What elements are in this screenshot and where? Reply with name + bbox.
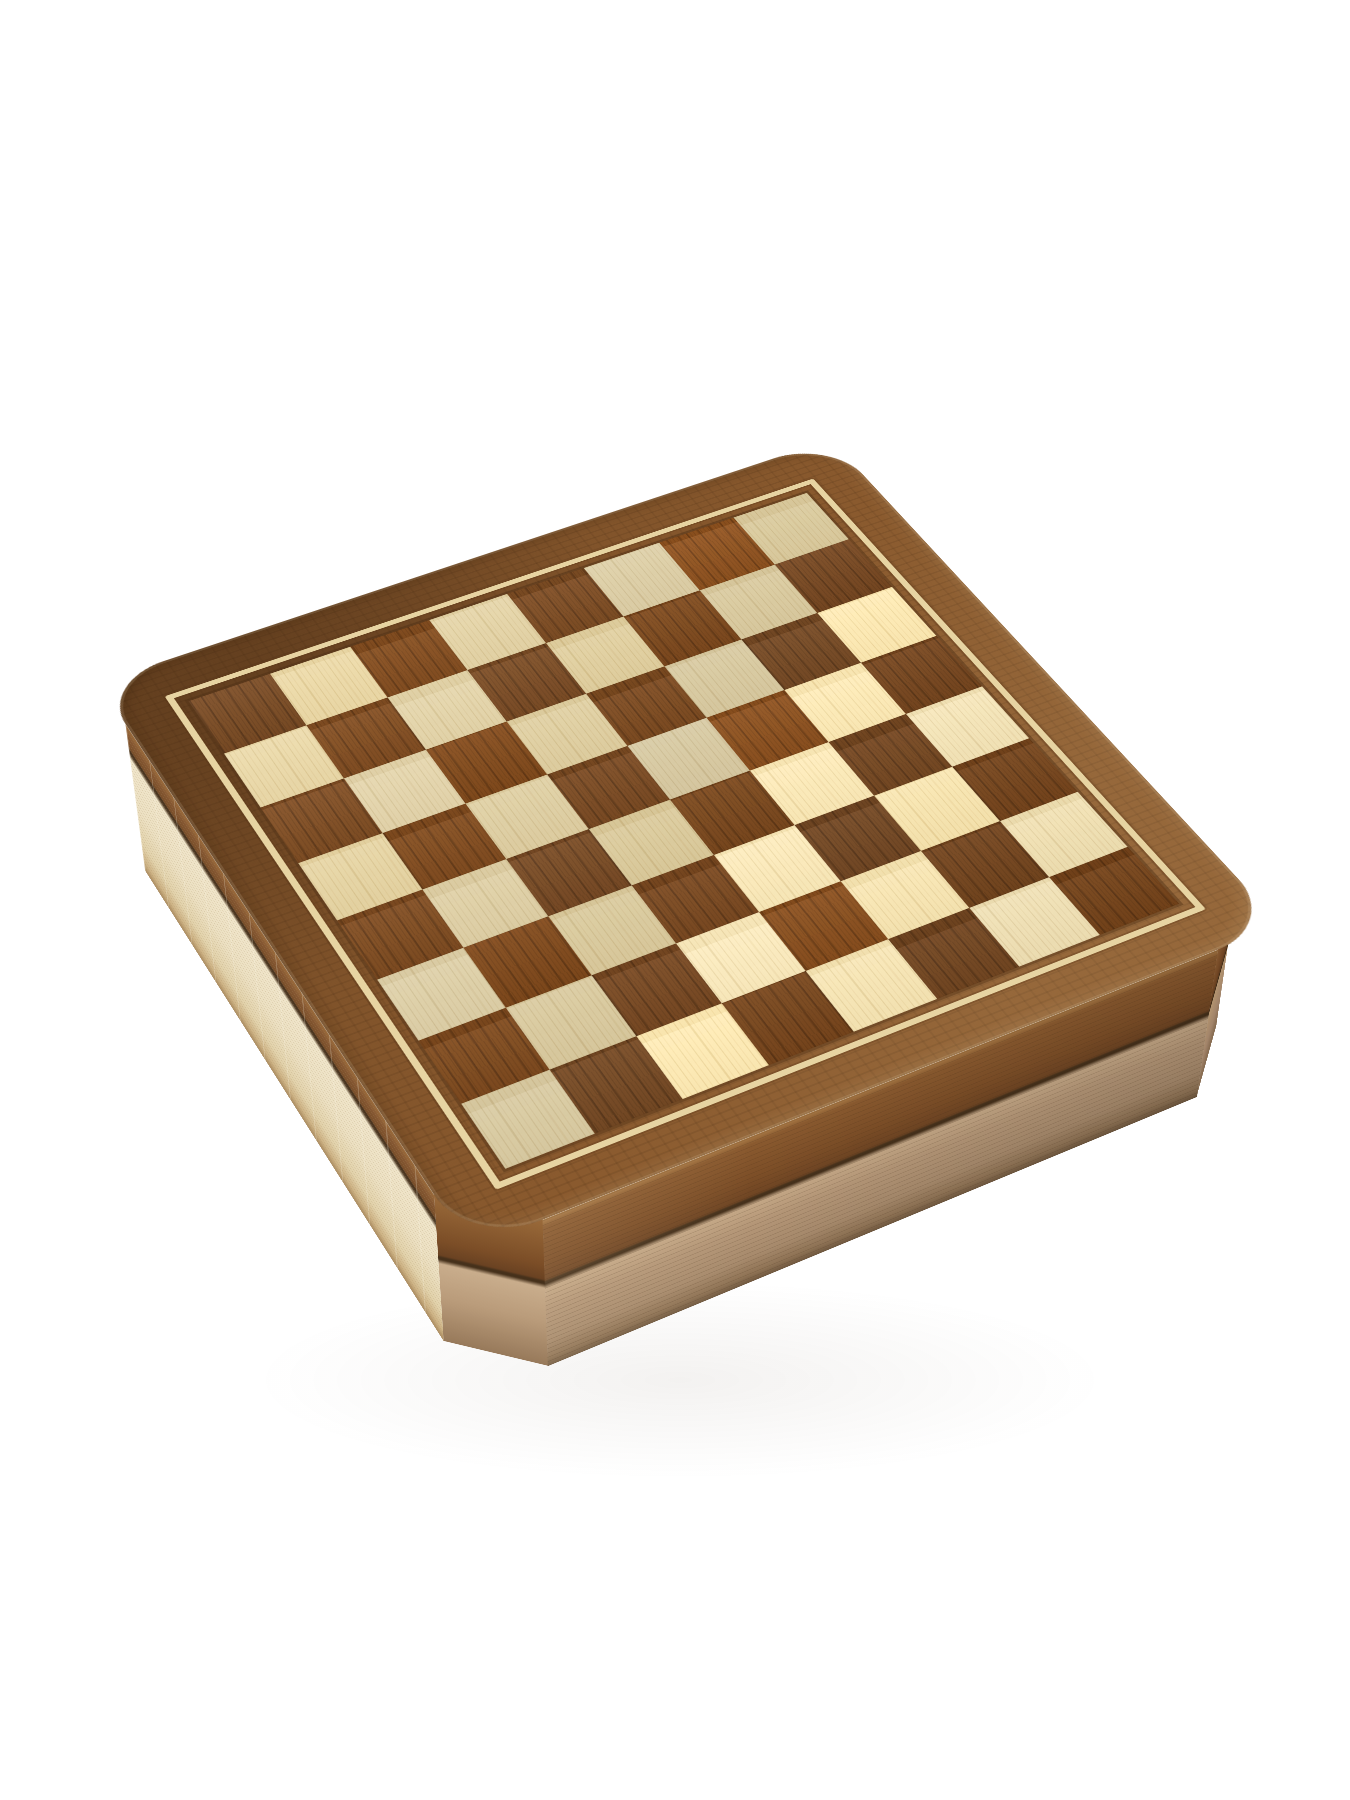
wooden-chess-box (119, 585, 1257, 1395)
product-photo-canvas (0, 0, 1350, 1800)
